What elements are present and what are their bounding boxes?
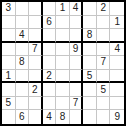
cell-r7c3[interactable]: 2 [29, 83, 43, 97]
cell-r1c5[interactable]: 1 [56, 2, 70, 16]
cell-r9c7[interactable] [83, 110, 97, 124]
cell-r7c4[interactable] [43, 83, 57, 97]
cell-r3c5[interactable] [56, 29, 70, 43]
cell-r5c7[interactable] [83, 56, 97, 70]
cell-r7c9[interactable] [110, 83, 124, 97]
cell-r1c3[interactable] [29, 2, 43, 16]
cell-r6c2[interactable] [16, 70, 30, 84]
cell-r1c4[interactable] [43, 2, 57, 16]
cell-r3c3[interactable] [29, 29, 43, 43]
cell-r8c7[interactable] [83, 97, 97, 111]
cell-r5c4[interactable] [43, 56, 57, 70]
cell-r9c5[interactable]: 8 [56, 110, 70, 124]
cell-r4c5[interactable] [56, 43, 70, 57]
cell-r9c6[interactable] [70, 110, 84, 124]
cell-r4c9[interactable]: 4 [110, 43, 124, 57]
cell-r1c7[interactable] [83, 2, 97, 16]
cell-r6c7[interactable]: 5 [83, 70, 97, 84]
cell-r8c6[interactable]: 7 [70, 97, 84, 111]
cell-r8c5[interactable] [56, 97, 70, 111]
cell-r7c1[interactable] [2, 83, 16, 97]
cell-r3c9[interactable] [110, 29, 124, 43]
cell-r8c2[interactable] [16, 97, 30, 111]
cell-r7c2[interactable] [16, 83, 30, 97]
cell-r7c7[interactable] [83, 83, 97, 97]
cell-r8c1[interactable]: 5 [2, 97, 16, 111]
cell-r3c8[interactable] [97, 29, 111, 43]
cell-r8c4[interactable] [43, 97, 57, 111]
sudoku-board: 314261487948712525576489 [0, 0, 126, 126]
cell-r3c6[interactable] [70, 29, 84, 43]
cell-r4c2[interactable] [16, 43, 30, 57]
cell-r6c1[interactable]: 1 [2, 70, 16, 84]
cell-r4c6[interactable]: 9 [70, 43, 84, 57]
cell-r2c6[interactable] [70, 16, 84, 30]
cell-r6c6[interactable] [70, 70, 84, 84]
cell-r4c4[interactable] [43, 43, 57, 57]
cell-r1c6[interactable]: 4 [70, 2, 84, 16]
cell-r2c7[interactable] [83, 16, 97, 30]
cell-r5c5[interactable] [56, 56, 70, 70]
cell-r9c8[interactable] [97, 110, 111, 124]
cell-r3c2[interactable]: 4 [16, 29, 30, 43]
cell-r2c9[interactable]: 1 [110, 16, 124, 30]
cell-r5c8[interactable]: 7 [97, 56, 111, 70]
cell-r4c3[interactable]: 7 [29, 43, 43, 57]
cell-r5c9[interactable] [110, 56, 124, 70]
cell-r6c9[interactable] [110, 70, 124, 84]
cell-r1c8[interactable]: 2 [97, 2, 111, 16]
cell-r6c8[interactable] [97, 70, 111, 84]
cell-r4c7[interactable] [83, 43, 97, 57]
cell-r8c8[interactable] [97, 97, 111, 111]
cell-r3c4[interactable] [43, 29, 57, 43]
cell-r9c4[interactable]: 4 [43, 110, 57, 124]
cell-r2c5[interactable] [56, 16, 70, 30]
cell-r8c9[interactable] [110, 97, 124, 111]
cell-r8c3[interactable] [29, 97, 43, 111]
cell-r7c5[interactable] [56, 83, 70, 97]
cell-r2c8[interactable] [97, 16, 111, 30]
cell-r3c1[interactable] [2, 29, 16, 43]
cell-r1c1[interactable]: 3 [2, 2, 16, 16]
cell-r3c7[interactable]: 8 [83, 29, 97, 43]
cell-r5c2[interactable]: 8 [16, 56, 30, 70]
cell-r2c2[interactable] [16, 16, 30, 30]
cell-r1c9[interactable] [110, 2, 124, 16]
cell-r4c1[interactable] [2, 43, 16, 57]
cell-r1c2[interactable] [16, 2, 30, 16]
cell-r2c1[interactable] [2, 16, 16, 30]
cell-r5c6[interactable] [70, 56, 84, 70]
cell-r2c3[interactable] [29, 16, 43, 30]
cell-r9c9[interactable]: 9 [110, 110, 124, 124]
cell-r4c8[interactable] [97, 43, 111, 57]
cell-r6c4[interactable]: 2 [43, 70, 57, 84]
cell-r9c3[interactable] [29, 110, 43, 124]
cell-r7c6[interactable] [70, 83, 84, 97]
cell-r2c4[interactable]: 6 [43, 16, 57, 30]
cell-r5c3[interactable] [29, 56, 43, 70]
cell-r5c1[interactable] [2, 56, 16, 70]
cell-r6c5[interactable] [56, 70, 70, 84]
cell-r6c3[interactable] [29, 70, 43, 84]
cell-r7c8[interactable]: 5 [97, 83, 111, 97]
cell-r9c1[interactable] [2, 110, 16, 124]
cell-r9c2[interactable]: 6 [16, 110, 30, 124]
